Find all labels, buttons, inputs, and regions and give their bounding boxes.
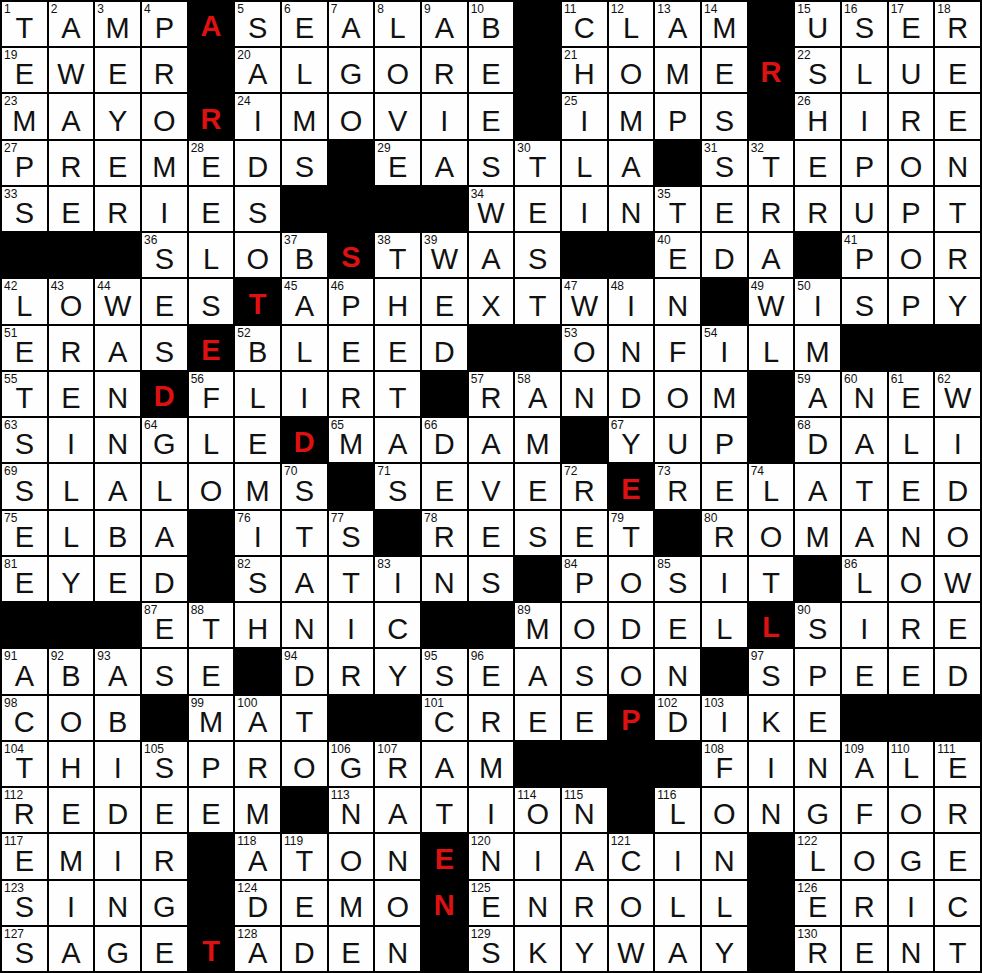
cell-r21c4[interactable]: E	[142, 927, 187, 971]
cell-r21c19[interactable]: E	[842, 927, 887, 971]
cell-r1c16[interactable]: 14M	[702, 2, 747, 46]
cell-r21c2[interactable]: A	[49, 927, 94, 971]
cell-r10c16[interactable]: P	[702, 418, 747, 462]
cell-r11c5[interactable]: O	[189, 464, 234, 508]
cell-r9c19[interactable]: 60N	[842, 372, 887, 416]
cell-r2c11[interactable]: E	[469, 48, 514, 92]
cell-r14c19[interactable]: I	[842, 603, 887, 647]
cell-r18c3[interactable]: D	[95, 788, 140, 832]
cell-r15c10[interactable]: 95S	[422, 649, 467, 693]
cell-r3c6[interactable]: 24I	[235, 94, 280, 138]
cell-r18c9[interactable]: A	[375, 788, 420, 832]
cell-r2c1[interactable]: 19E	[2, 48, 47, 92]
cell-r11c13[interactable]: 72R	[562, 464, 607, 508]
cell-r9c11[interactable]: 57R	[469, 372, 514, 416]
cell-r15c9[interactable]: Y	[375, 649, 420, 693]
cell-r13c13[interactable]: 84P	[562, 557, 607, 601]
cell-r13c3[interactable]: E	[95, 557, 140, 601]
cell-r12c1[interactable]: 75E	[2, 511, 47, 555]
cell-r3c20[interactable]: R	[889, 94, 934, 138]
cell-r11c12[interactable]: E	[515, 464, 560, 508]
cell-r1c18[interactable]: 15U	[795, 2, 840, 46]
cell-r4c20[interactable]: O	[889, 141, 934, 185]
cell-r17c7[interactable]: O	[282, 742, 327, 786]
cell-r7c9[interactable]: H	[375, 279, 420, 323]
cell-r2c4[interactable]: R	[142, 48, 187, 92]
cell-r14c21[interactable]: E	[935, 603, 980, 647]
cell-r21c6[interactable]: 128A	[235, 927, 280, 971]
cell-r11c17[interactable]: 74L	[749, 464, 794, 508]
cell-r20c11[interactable]: 125E	[469, 881, 514, 925]
cell-r15c12[interactable]: A	[515, 649, 560, 693]
cell-r5c17[interactable]: R	[749, 187, 794, 231]
cell-r5c19[interactable]: U	[842, 187, 887, 231]
cell-r15c2[interactable]: 92B	[49, 649, 94, 693]
cell-r2c13[interactable]: 21H	[562, 48, 607, 92]
cell-r5c6[interactable]: S	[235, 187, 280, 231]
cell-r5c15[interactable]: 35T	[655, 187, 700, 231]
cell-r7c19[interactable]: S	[842, 279, 887, 323]
cell-r6c10[interactable]: 39W	[422, 233, 467, 277]
cell-r8c3[interactable]: A	[95, 326, 140, 370]
cell-r13c2[interactable]: Y	[49, 557, 94, 601]
cell-r21c8[interactable]: E	[329, 927, 374, 971]
cell-r13c21[interactable]: W	[935, 557, 980, 601]
cell-r8c13[interactable]: 53O	[562, 326, 607, 370]
cell-r4c18[interactable]: E	[795, 141, 840, 185]
cell-r16c6[interactable]: 100A	[235, 696, 280, 740]
cell-r13c7[interactable]: A	[282, 557, 327, 601]
cell-r14c18[interactable]: 90S	[795, 603, 840, 647]
cell-r18c13[interactable]: 115N	[562, 788, 607, 832]
cell-r4c13[interactable]: L	[562, 141, 607, 185]
cell-r7c8[interactable]: 46P	[329, 279, 374, 323]
cell-r18c5[interactable]: E	[189, 788, 234, 832]
cell-r16c16[interactable]: 103I	[702, 696, 747, 740]
cell-r7c10[interactable]: E	[422, 279, 467, 323]
cell-r15c15[interactable]: N	[655, 649, 700, 693]
cell-r12c14[interactable]: 79T	[609, 511, 654, 555]
cell-r4c11[interactable]: S	[469, 141, 514, 185]
cell-r3c8[interactable]: O	[329, 94, 374, 138]
cell-r3c11[interactable]: E	[469, 94, 514, 138]
cell-r18c1[interactable]: 112R	[2, 788, 47, 832]
cell-r14c15[interactable]: E	[655, 603, 700, 647]
cell-r21c16[interactable]: Y	[702, 927, 747, 971]
cell-r1c21[interactable]: 18R	[935, 2, 980, 46]
cell-r1c15[interactable]: 13A	[655, 2, 700, 46]
cell-r2c7[interactable]: L	[282, 48, 327, 92]
cell-r17c9[interactable]: 107R	[375, 742, 420, 786]
cell-r19c3[interactable]: I	[95, 834, 140, 878]
cell-r16c2[interactable]: O	[49, 696, 94, 740]
cell-r2c3[interactable]: E	[95, 48, 140, 92]
cell-r20c4[interactable]: G	[142, 881, 187, 925]
cell-r15c20[interactable]: E	[889, 649, 934, 693]
cell-r12c21[interactable]: O	[935, 511, 980, 555]
cell-r13c17[interactable]: T	[749, 557, 794, 601]
cell-r19c16[interactable]: N	[702, 834, 747, 878]
cell-r8c15[interactable]: F	[655, 326, 700, 370]
cell-r15c18[interactable]: P	[795, 649, 840, 693]
cell-r4c12[interactable]: 30T	[515, 141, 560, 185]
cell-r2c9[interactable]: O	[375, 48, 420, 92]
cell-r2c18[interactable]: 22S	[795, 48, 840, 92]
cell-r11c11[interactable]: V	[469, 464, 514, 508]
cell-r13c10[interactable]: N	[422, 557, 467, 601]
cell-r8c10[interactable]: D	[422, 326, 467, 370]
cell-r19c12[interactable]: I	[515, 834, 560, 878]
cell-r5c21[interactable]: T	[935, 187, 980, 231]
cell-r11c20[interactable]: E	[889, 464, 934, 508]
cell-r14c13[interactable]: O	[562, 603, 607, 647]
cell-r18c4[interactable]: E	[142, 788, 187, 832]
cell-r13c6[interactable]: 82S	[235, 557, 280, 601]
cell-r8c7[interactable]: L	[282, 326, 327, 370]
cell-r9c2[interactable]: E	[49, 372, 94, 416]
cell-r12c11[interactable]: E	[469, 511, 514, 555]
cell-r1c14[interactable]: 12L	[609, 2, 654, 46]
cell-r12c17[interactable]: O	[749, 511, 794, 555]
cell-r20c2[interactable]: I	[49, 881, 94, 925]
cell-r6c7[interactable]: 37B	[282, 233, 327, 277]
cell-r16c3[interactable]: B	[95, 696, 140, 740]
cell-r9c5[interactable]: 56F	[189, 372, 234, 416]
cell-r18c8[interactable]: 113N	[329, 788, 374, 832]
cell-r5c3[interactable]: R	[95, 187, 140, 231]
cell-r16c17[interactable]: K	[749, 696, 794, 740]
cell-r16c10[interactable]: 101C	[422, 696, 467, 740]
cell-r2c21[interactable]: E	[935, 48, 980, 92]
cell-r7c12[interactable]: T	[515, 279, 560, 323]
cell-r12c10[interactable]: 78R	[422, 511, 467, 555]
cell-r18c17[interactable]: N	[749, 788, 794, 832]
cell-r20c3[interactable]: N	[95, 881, 140, 925]
cell-r5c2[interactable]: E	[49, 187, 94, 231]
cell-r19c11[interactable]: 120N	[469, 834, 514, 878]
cell-r9c14[interactable]: D	[609, 372, 654, 416]
cell-r14c20[interactable]: R	[889, 603, 934, 647]
cell-r2c10[interactable]: R	[422, 48, 467, 92]
cell-r19c15[interactable]: I	[655, 834, 700, 878]
cell-r10c15[interactable]: U	[655, 418, 700, 462]
cell-r15c14[interactable]: O	[609, 649, 654, 693]
cell-r10c19[interactable]: A	[842, 418, 887, 462]
cell-r12c4[interactable]: A	[142, 511, 187, 555]
cell-r18c6[interactable]: M	[235, 788, 280, 832]
cell-r13c8[interactable]: T	[329, 557, 374, 601]
cell-r16c11[interactable]: R	[469, 696, 514, 740]
cell-r1c1[interactable]: 1T	[2, 2, 47, 46]
cell-r16c7[interactable]: T	[282, 696, 327, 740]
cell-r15c17[interactable]: 97S	[749, 649, 794, 693]
cell-r18c19[interactable]: F	[842, 788, 887, 832]
cell-r1c11[interactable]: 10B	[469, 2, 514, 46]
cell-r11c2[interactable]: L	[49, 464, 94, 508]
cell-r1c10[interactable]: 9A	[422, 2, 467, 46]
cell-r17c3[interactable]: I	[95, 742, 140, 786]
cell-r19c1[interactable]: 117E	[2, 834, 47, 878]
cell-r18c2[interactable]: E	[49, 788, 94, 832]
cell-r4c19[interactable]: P	[842, 141, 887, 185]
cell-r1c9[interactable]: 8L	[375, 2, 420, 46]
cell-r9c20[interactable]: 61E	[889, 372, 934, 416]
cell-r12c8[interactable]: 77S	[329, 511, 374, 555]
cell-r8c17[interactable]: L	[749, 326, 794, 370]
cell-r10c21[interactable]: I	[935, 418, 980, 462]
cell-r13c9[interactable]: 83I	[375, 557, 420, 601]
cell-r1c20[interactable]: 17E	[889, 2, 934, 46]
cell-r16c15[interactable]: 102D	[655, 696, 700, 740]
cell-r5c20[interactable]: P	[889, 187, 934, 231]
cell-r20c18[interactable]: 126E	[795, 881, 840, 925]
cell-r17c16[interactable]: 108F	[702, 742, 747, 786]
cell-r10c8[interactable]: 65M	[329, 418, 374, 462]
cell-r21c20[interactable]: N	[889, 927, 934, 971]
cell-r5c16[interactable]: E	[702, 187, 747, 231]
cell-r11c18[interactable]: A	[795, 464, 840, 508]
cell-r20c15[interactable]: L	[655, 881, 700, 925]
cell-r14c12[interactable]: 89M	[515, 603, 560, 647]
cell-r8c4[interactable]: S	[142, 326, 187, 370]
cell-r19c18[interactable]: 122L	[795, 834, 840, 878]
cell-r20c16[interactable]: L	[702, 881, 747, 925]
cell-r7c3[interactable]: 44W	[95, 279, 140, 323]
cell-r15c5[interactable]: E	[189, 649, 234, 693]
cell-r20c19[interactable]: R	[842, 881, 887, 925]
cell-r1c6[interactable]: 5S	[235, 2, 280, 46]
cell-r9c21[interactable]: 62W	[935, 372, 980, 416]
cell-r20c6[interactable]: 124D	[235, 881, 280, 925]
cell-r19c21[interactable]: E	[935, 834, 980, 878]
cell-r1c4[interactable]: 4P	[142, 2, 187, 46]
cell-r17c17[interactable]: I	[749, 742, 794, 786]
cell-r19c19[interactable]: O	[842, 834, 887, 878]
cell-r4c2[interactable]: R	[49, 141, 94, 185]
cell-r12c16[interactable]: 80R	[702, 511, 747, 555]
cell-r15c11[interactable]: 96E	[469, 649, 514, 693]
cell-r19c20[interactable]: G	[889, 834, 934, 878]
cell-r2c14[interactable]: O	[609, 48, 654, 92]
cell-r7c14[interactable]: 48I	[609, 279, 654, 323]
cell-r18c20[interactable]: O	[889, 788, 934, 832]
cell-r13c19[interactable]: 86L	[842, 557, 887, 601]
cell-r6c11[interactable]: A	[469, 233, 514, 277]
cell-r15c4[interactable]: S	[142, 649, 187, 693]
cell-r11c1[interactable]: 69S	[2, 464, 47, 508]
cell-r2c20[interactable]: U	[889, 48, 934, 92]
cell-r13c15[interactable]: 85S	[655, 557, 700, 601]
cell-r15c13[interactable]: S	[562, 649, 607, 693]
cell-r13c16[interactable]: I	[702, 557, 747, 601]
cell-r12c2[interactable]: L	[49, 511, 94, 555]
cell-r3c2[interactable]: A	[49, 94, 94, 138]
cell-r17c11[interactable]: M	[469, 742, 514, 786]
cell-r10c20[interactable]: L	[889, 418, 934, 462]
cell-r12c18[interactable]: M	[795, 511, 840, 555]
cell-r15c3[interactable]: 93A	[95, 649, 140, 693]
cell-r17c20[interactable]: 110L	[889, 742, 934, 786]
cell-r7c11[interactable]: X	[469, 279, 514, 323]
cell-r21c11[interactable]: 129S	[469, 927, 514, 971]
cell-r7c7[interactable]: 45A	[282, 279, 327, 323]
cell-r4c5[interactable]: 28E	[189, 141, 234, 185]
cell-r5c12[interactable]: E	[515, 187, 560, 231]
cell-r5c13[interactable]: I	[562, 187, 607, 231]
cell-r7c20[interactable]: P	[889, 279, 934, 323]
cell-r18c18[interactable]: G	[795, 788, 840, 832]
cell-r3c9[interactable]: V	[375, 94, 420, 138]
cell-r3c10[interactable]: I	[422, 94, 467, 138]
cell-r3c7[interactable]: M	[282, 94, 327, 138]
cell-r21c1[interactable]: 127S	[2, 927, 47, 971]
cell-r13c14[interactable]: O	[609, 557, 654, 601]
cell-r17c2[interactable]: H	[49, 742, 94, 786]
cell-r19c4[interactable]: R	[142, 834, 187, 878]
cell-r6c21[interactable]: R	[935, 233, 980, 277]
cell-r16c18[interactable]: E	[795, 696, 840, 740]
cell-r21c13[interactable]: Y	[562, 927, 607, 971]
cell-r10c9[interactable]: A	[375, 418, 420, 462]
cell-r11c4[interactable]: L	[142, 464, 187, 508]
cell-r21c9[interactable]: N	[375, 927, 420, 971]
cell-r8c1[interactable]: 51E	[2, 326, 47, 370]
cell-r21c7[interactable]: D	[282, 927, 327, 971]
cell-r20c20[interactable]: I	[889, 881, 934, 925]
cell-r6c12[interactable]: S	[515, 233, 560, 277]
cell-r17c8[interactable]: 106G	[329, 742, 374, 786]
cell-r4c16[interactable]: 31S	[702, 141, 747, 185]
cell-r14c16[interactable]: L	[702, 603, 747, 647]
cell-r13c4[interactable]: D	[142, 557, 187, 601]
cell-r12c13[interactable]: E	[562, 511, 607, 555]
cell-r18c10[interactable]: T	[422, 788, 467, 832]
cell-r4c21[interactable]: N	[935, 141, 980, 185]
cell-r9c6[interactable]: L	[235, 372, 280, 416]
cell-r21c12[interactable]: K	[515, 927, 560, 971]
cell-r10c12[interactable]: M	[515, 418, 560, 462]
cell-r11c9[interactable]: 71S	[375, 464, 420, 508]
cell-r6c4[interactable]: 36S	[142, 233, 187, 277]
cell-r20c1[interactable]: 123S	[2, 881, 47, 925]
cell-r9c1[interactable]: 55T	[2, 372, 47, 416]
cell-r1c19[interactable]: 16S	[842, 2, 887, 46]
cell-r15c8[interactable]: R	[329, 649, 374, 693]
cell-r11c7[interactable]: 70S	[282, 464, 327, 508]
cell-r16c5[interactable]: 99M	[189, 696, 234, 740]
cell-r3c14[interactable]: M	[609, 94, 654, 138]
cell-r10c14[interactable]: 67Y	[609, 418, 654, 462]
cell-r4c10[interactable]: A	[422, 141, 467, 185]
cell-r2c2[interactable]: W	[49, 48, 94, 92]
cell-r4c7[interactable]: S	[282, 141, 327, 185]
cell-r1c2[interactable]: 2A	[49, 2, 94, 46]
cell-r9c12[interactable]: 58A	[515, 372, 560, 416]
cell-r15c21[interactable]: D	[935, 649, 980, 693]
cell-r11c10[interactable]: E	[422, 464, 467, 508]
cell-r7c21[interactable]: Y	[935, 279, 980, 323]
cell-r8c8[interactable]: E	[329, 326, 374, 370]
cell-r14c7[interactable]: N	[282, 603, 327, 647]
cell-r7c2[interactable]: 43O	[49, 279, 94, 323]
cell-r5c11[interactable]: 34W	[469, 187, 514, 231]
cell-r20c12[interactable]: N	[515, 881, 560, 925]
cell-r3c15[interactable]: P	[655, 94, 700, 138]
cell-r10c4[interactable]: 64G	[142, 418, 187, 462]
cell-r11c21[interactable]: D	[935, 464, 980, 508]
cell-r4c4[interactable]: M	[142, 141, 187, 185]
cell-r3c18[interactable]: 26H	[795, 94, 840, 138]
cell-r17c5[interactable]: P	[189, 742, 234, 786]
cell-r16c12[interactable]: E	[515, 696, 560, 740]
cell-r14c9[interactable]: C	[375, 603, 420, 647]
cell-r17c6[interactable]: R	[235, 742, 280, 786]
cell-r3c21[interactable]: E	[935, 94, 980, 138]
cell-r19c14[interactable]: 121C	[609, 834, 654, 878]
cell-r9c18[interactable]: 59A	[795, 372, 840, 416]
cell-r18c12[interactable]: 114O	[515, 788, 560, 832]
cell-r20c14[interactable]: O	[609, 881, 654, 925]
cell-r5c5[interactable]: E	[189, 187, 234, 231]
cell-r9c7[interactable]: I	[282, 372, 327, 416]
cell-r6c16[interactable]: D	[702, 233, 747, 277]
cell-r6c19[interactable]: 41P	[842, 233, 887, 277]
cell-r7c18[interactable]: 50I	[795, 279, 840, 323]
cell-r9c15[interactable]: O	[655, 372, 700, 416]
cell-r20c7[interactable]: E	[282, 881, 327, 925]
cell-r5c4[interactable]: I	[142, 187, 187, 231]
cell-r8c9[interactable]: E	[375, 326, 420, 370]
cell-r6c15[interactable]: 40E	[655, 233, 700, 277]
cell-r21c3[interactable]: G	[95, 927, 140, 971]
cell-r15c1[interactable]: 91A	[2, 649, 47, 693]
cell-r8c18[interactable]: M	[795, 326, 840, 370]
cell-r4c6[interactable]: D	[235, 141, 280, 185]
cell-r7c15[interactable]: N	[655, 279, 700, 323]
cell-r6c5[interactable]: L	[189, 233, 234, 277]
cell-r17c10[interactable]: A	[422, 742, 467, 786]
cell-r19c2[interactable]: M	[49, 834, 94, 878]
cell-r3c4[interactable]: O	[142, 94, 187, 138]
cell-r2c6[interactable]: 20A	[235, 48, 280, 92]
cell-r19c9[interactable]: N	[375, 834, 420, 878]
cell-r21c21[interactable]: T	[935, 927, 980, 971]
cell-r14c5[interactable]: 88T	[189, 603, 234, 647]
cell-r16c1[interactable]: 98C	[2, 696, 47, 740]
cell-r1c7[interactable]: 6E	[282, 2, 327, 46]
cell-r19c7[interactable]: 119T	[282, 834, 327, 878]
cell-r3c3[interactable]: Y	[95, 94, 140, 138]
cell-r2c16[interactable]: E	[702, 48, 747, 92]
cell-r1c3[interactable]: 3M	[95, 2, 140, 46]
cell-r12c7[interactable]: T	[282, 511, 327, 555]
cell-r18c21[interactable]: R	[935, 788, 980, 832]
cell-r10c3[interactable]: N	[95, 418, 140, 462]
cell-r18c16[interactable]: O	[702, 788, 747, 832]
cell-r13c11[interactable]: S	[469, 557, 514, 601]
cell-r14c4[interactable]: 87E	[142, 603, 187, 647]
cell-r10c10[interactable]: 66D	[422, 418, 467, 462]
cell-r9c3[interactable]: N	[95, 372, 140, 416]
cell-r10c18[interactable]: 68D	[795, 418, 840, 462]
cell-r10c2[interactable]: I	[49, 418, 94, 462]
cell-r13c1[interactable]: 81E	[2, 557, 47, 601]
cell-r12c6[interactable]: 76I	[235, 511, 280, 555]
cell-r10c6[interactable]: E	[235, 418, 280, 462]
cell-r3c1[interactable]: 23M	[2, 94, 47, 138]
cell-r10c11[interactable]: A	[469, 418, 514, 462]
cell-r12c20[interactable]: N	[889, 511, 934, 555]
